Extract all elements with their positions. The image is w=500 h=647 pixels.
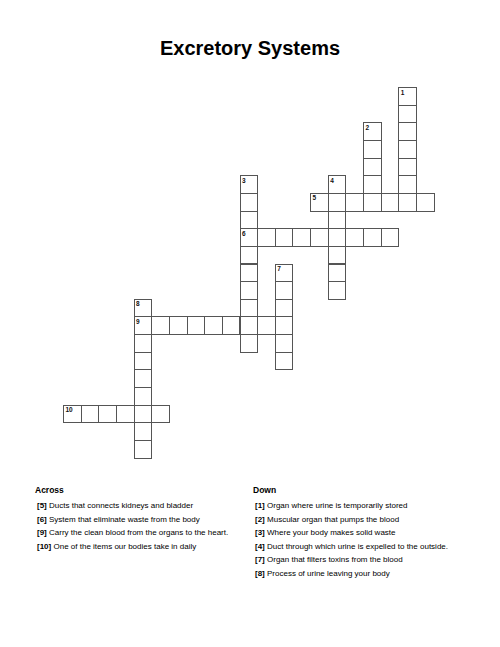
clue-number: [2] <box>255 515 265 524</box>
grid-cell[interactable] <box>134 422 153 441</box>
grid-cell[interactable] <box>240 334 259 353</box>
clue-text: Muscular organ that pumps the blood <box>267 515 399 524</box>
clue-text: Ducts that connects kidneys and bladder <box>49 501 193 510</box>
clue-down-1: [1] Organ where urine is temporarily sto… <box>255 499 448 513</box>
puzzle-title: Excretory Systems <box>0 37 500 60</box>
grid-cell[interactable] <box>363 193 382 212</box>
grid-cell[interactable] <box>381 228 400 247</box>
grid-cell[interactable] <box>81 405 100 424</box>
grid-cell[interactable] <box>275 316 294 335</box>
grid-cell[interactable] <box>381 193 400 212</box>
clue-text: Organ that filters toxins from the blood <box>267 555 403 564</box>
grid-cell[interactable] <box>98 405 117 424</box>
clue-text: System that eliminate waste from the bod… <box>49 515 200 524</box>
grid-cell[interactable] <box>363 228 382 247</box>
down-header: Down <box>253 485 276 495</box>
grid-cell[interactable] <box>116 405 135 424</box>
grid-cell[interactable] <box>240 211 259 230</box>
grid-cell[interactable] <box>398 122 417 141</box>
grid-cell[interactable] <box>240 264 259 283</box>
grid-cell[interactable] <box>328 264 347 283</box>
grid-cell[interactable] <box>240 316 259 335</box>
grid-cell[interactable] <box>328 228 347 247</box>
clue-down-3: [3] Where your body makes solid waste <box>255 526 448 540</box>
cell-number: 10 <box>66 407 73 414</box>
grid-cell[interactable] <box>398 158 417 177</box>
clue-number: [5] <box>37 501 47 510</box>
grid-cell[interactable] <box>275 299 294 318</box>
clue-down-7: [7] Organ that filters toxins from the b… <box>255 553 448 567</box>
clue-down-4: [4] Duct through which urine is expelled… <box>255 540 448 554</box>
grid-cell[interactable] <box>363 158 382 177</box>
clue-number: [4] <box>255 542 265 551</box>
grid-cell[interactable] <box>240 281 259 300</box>
grid-cell[interactable] <box>310 228 329 247</box>
clue-down-8: [8] Process of urine leaving your body <box>255 567 448 581</box>
grid-cell[interactable] <box>398 193 417 212</box>
clue-across-9: [9] Carry the clean blood from the organ… <box>37 526 228 540</box>
grid-cell[interactable] <box>240 246 259 265</box>
grid-cell[interactable] <box>275 281 294 300</box>
clue-across-6: [6] System that eliminate waste from the… <box>37 513 228 527</box>
clue-text: Carry the clean blood from the organs to… <box>49 528 228 537</box>
grid-cell[interactable] <box>275 334 294 353</box>
across-clue-list: [5] Ducts that connects kidneys and blad… <box>37 499 228 553</box>
clue-number: [7] <box>255 555 265 564</box>
grid-cell[interactable] <box>240 299 259 318</box>
grid-cell[interactable] <box>363 175 382 194</box>
grid-cell[interactable] <box>363 140 382 159</box>
cell-number: 1 <box>401 90 404 97</box>
clue-number: [6] <box>37 515 47 524</box>
grid-cell[interactable] <box>275 352 294 371</box>
grid-cell[interactable] <box>292 228 311 247</box>
grid-cell[interactable] <box>187 316 206 335</box>
grid-cell[interactable] <box>398 105 417 124</box>
cell-number: 2 <box>366 125 369 132</box>
clue-number: [3] <box>255 528 265 537</box>
grid-cell[interactable] <box>134 334 153 353</box>
cell-number: 9 <box>136 319 139 326</box>
clue-text: Process of urine leaving your body <box>267 569 390 578</box>
grid-cell[interactable] <box>134 369 153 388</box>
grid-cell[interactable] <box>222 316 241 335</box>
grid-cell[interactable] <box>134 440 153 459</box>
clue-down-2: [2] Muscular organ that pumps the blood <box>255 513 448 527</box>
grid-cell[interactable] <box>257 228 276 247</box>
grid-cell[interactable] <box>134 405 153 424</box>
clue-number: [8] <box>255 569 265 578</box>
grid-cell[interactable] <box>398 140 417 159</box>
clue-text: Duct through which urine is expelled to … <box>267 542 448 551</box>
crossword-grid: 12345678910 <box>63 87 435 459</box>
clue-text: One of the items our bodies take in dail… <box>53 542 196 551</box>
grid-cell[interactable] <box>328 281 347 300</box>
grid-cell[interactable] <box>151 316 170 335</box>
clue-number: [9] <box>37 528 47 537</box>
cell-number: 4 <box>330 178 333 185</box>
grid-cell[interactable] <box>257 316 276 335</box>
grid-cell[interactable] <box>275 228 294 247</box>
grid-cell[interactable] <box>345 193 364 212</box>
grid-cell[interactable] <box>169 316 188 335</box>
grid-cell[interactable] <box>328 211 347 230</box>
grid-cell[interactable] <box>204 316 223 335</box>
grid-cell[interactable] <box>328 246 347 265</box>
clue-across-10: [10] One of the items our bodies take in… <box>37 540 228 554</box>
grid-cell[interactable] <box>134 352 153 371</box>
clue-text: Where your body makes solid waste <box>267 528 396 537</box>
down-clue-list: [1] Organ where urine is temporarily sto… <box>255 499 448 580</box>
grid-cell[interactable] <box>134 387 153 406</box>
grid-cell[interactable] <box>416 193 435 212</box>
grid-cell[interactable] <box>328 193 347 212</box>
clue-text: Organ where urine is temporarily stored <box>267 501 408 510</box>
grid-cell[interactable] <box>345 228 364 247</box>
cell-number: 6 <box>242 231 245 238</box>
grid-cell[interactable] <box>398 175 417 194</box>
grid-cell[interactable] <box>240 193 259 212</box>
across-header: Across <box>35 485 64 495</box>
grid-cell[interactable] <box>151 405 170 424</box>
cell-number: 8 <box>136 301 139 308</box>
clue-number: [10] <box>37 542 51 551</box>
cell-number: 7 <box>277 266 280 273</box>
cell-number: 3 <box>242 178 245 185</box>
clue-across-5: [5] Ducts that connects kidneys and blad… <box>37 499 228 513</box>
cell-number: 5 <box>313 195 316 202</box>
clue-number: [1] <box>255 501 265 510</box>
